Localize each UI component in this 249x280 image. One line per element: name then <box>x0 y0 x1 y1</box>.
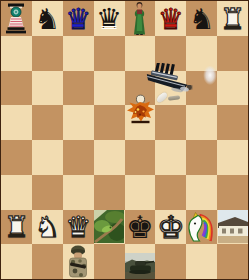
black-rook-teal-badge[interactable] <box>1 1 32 36</box>
white-rook[interactable]: ♜ <box>1 210 32 245</box>
white-knight-glyph: ♞ <box>34 213 60 242</box>
square-f4[interactable] <box>155 140 186 175</box>
square-c6[interactable] <box>63 71 94 106</box>
soldier-photo-piece[interactable] <box>63 244 94 279</box>
tank-photo-piece[interactable] <box>125 244 156 279</box>
square-b1[interactable] <box>32 244 63 279</box>
queen-base-stripes <box>102 26 117 30</box>
black-knight[interactable]: ♞ <box>32 1 63 36</box>
white-rook-glyph: ♜ <box>3 213 29 242</box>
square-d3[interactable] <box>94 175 125 210</box>
square-a5[interactable] <box>1 105 32 140</box>
black-knight-glyph: ♞ <box>34 5 60 34</box>
sinking-ocean-liner[interactable] <box>145 63 191 93</box>
square-d5[interactable] <box>94 105 125 140</box>
square-c4[interactable] <box>63 140 94 175</box>
square-b6[interactable] <box>32 71 63 106</box>
white-rook-glyph: ♜ <box>220 5 246 34</box>
black-knight-glyph: ♞ <box>189 5 215 34</box>
square-a1[interactable] <box>1 244 32 279</box>
square-b5[interactable] <box>32 105 63 140</box>
square-h6[interactable] <box>217 71 248 106</box>
iceberg <box>202 64 218 92</box>
blue-queen-glyph: ♛ <box>65 5 91 34</box>
square-e3[interactable] <box>125 175 156 210</box>
black-king[interactable]: ♚ <box>125 210 156 245</box>
square-f3[interactable] <box>155 175 186 210</box>
square-h3[interactable] <box>217 175 248 210</box>
square-g3[interactable] <box>186 175 217 210</box>
square-a4[interactable] <box>1 140 32 175</box>
black-queen[interactable]: ♛ <box>94 1 125 36</box>
square-h4[interactable] <box>217 140 248 175</box>
white-king-glyph: ♚ <box>157 212 185 243</box>
square-f5[interactable] <box>155 105 186 140</box>
square-g1[interactable] <box>186 244 217 279</box>
square-c3[interactable] <box>63 175 94 210</box>
building-photo-piece[interactable] <box>217 210 248 245</box>
rainbow-unicorn[interactable] <box>186 210 217 245</box>
square-h5[interactable] <box>217 105 248 140</box>
square-a6[interactable] <box>1 71 32 106</box>
black-king-glyph: ♚ <box>126 212 154 243</box>
square-b7[interactable] <box>32 36 63 71</box>
square-d4[interactable] <box>94 140 125 175</box>
blue-queen[interactable]: ♛ <box>63 1 94 36</box>
square-b3[interactable] <box>32 175 63 210</box>
white-rook[interactable]: ♜ <box>217 1 248 36</box>
white-queen[interactable]: ♛ <box>63 210 94 245</box>
chess-board: ♞♛♛♛♞♜♜♞♛♚♚ <box>0 0 249 280</box>
square-c5[interactable] <box>63 105 94 140</box>
white-king[interactable]: ♚ <box>155 210 186 245</box>
red-queen[interactable]: ♛ <box>155 1 186 36</box>
woman-in-green-dress[interactable] <box>125 1 156 36</box>
black-knight[interactable]: ♞ <box>186 1 217 36</box>
chameleon-photo-piece[interactable] <box>94 210 125 245</box>
white-knight[interactable]: ♞ <box>32 210 63 245</box>
burning-pawn[interactable] <box>125 93 156 124</box>
square-h1[interactable] <box>217 244 248 279</box>
square-b4[interactable] <box>32 140 63 175</box>
square-e4[interactable] <box>125 140 156 175</box>
square-d6[interactable] <box>94 71 125 106</box>
red-queen-glyph: ♛ <box>158 5 184 34</box>
square-h7[interactable] <box>217 36 248 71</box>
square-a7[interactable] <box>1 36 32 71</box>
square-d1[interactable] <box>94 244 125 279</box>
square-c7[interactable] <box>63 36 94 71</box>
square-g4[interactable] <box>186 140 217 175</box>
square-a3[interactable] <box>1 175 32 210</box>
square-g5[interactable] <box>186 105 217 140</box>
square-d7[interactable] <box>94 36 125 71</box>
white-queen-glyph: ♛ <box>65 213 91 242</box>
square-f1[interactable] <box>155 244 186 279</box>
